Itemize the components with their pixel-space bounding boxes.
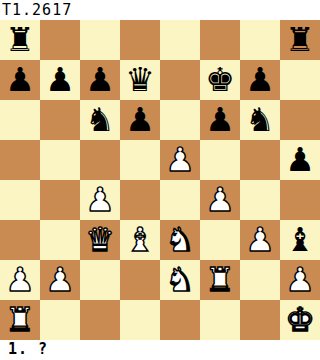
- square-c2[interactable]: [80, 260, 120, 300]
- piece-black-pawn: ♟: [125, 100, 155, 140]
- square-f7[interactable]: ♚: [200, 60, 240, 100]
- piece-white-king: ♚: [285, 300, 315, 340]
- square-d5[interactable]: [120, 140, 160, 180]
- piece-black-pawn: ♟: [45, 60, 75, 100]
- square-d8[interactable]: [120, 20, 160, 60]
- square-a5[interactable]: [0, 140, 40, 180]
- piece-black-pawn: ♟: [285, 140, 315, 180]
- square-d3[interactable]: ♝: [120, 220, 160, 260]
- square-a8[interactable]: ♜: [0, 20, 40, 60]
- square-e6[interactable]: [160, 100, 200, 140]
- piece-white-rook: ♜: [205, 260, 235, 300]
- square-a4[interactable]: [0, 180, 40, 220]
- square-f4[interactable]: ♟: [200, 180, 240, 220]
- square-b6[interactable]: [40, 100, 80, 140]
- square-g5[interactable]: [240, 140, 280, 180]
- piece-black-king: ♚: [205, 60, 235, 100]
- piece-black-pawn: ♟: [85, 60, 115, 100]
- square-e3[interactable]: ♞: [160, 220, 200, 260]
- square-g2[interactable]: [240, 260, 280, 300]
- piece-white-knight: ♞: [165, 260, 195, 300]
- piece-black-knight: ♞: [245, 100, 275, 140]
- piece-black-rook: ♜: [5, 20, 35, 60]
- square-h4[interactable]: [280, 180, 320, 220]
- piece-black-bishop: ♝: [285, 220, 315, 260]
- square-h2[interactable]: ♟: [280, 260, 320, 300]
- square-h3[interactable]: ♝: [280, 220, 320, 260]
- square-a2[interactable]: ♟: [0, 260, 40, 300]
- piece-white-pawn: ♟: [45, 260, 75, 300]
- piece-white-pawn: ♟: [285, 260, 315, 300]
- square-d2[interactable]: [120, 260, 160, 300]
- square-c4[interactable]: ♟: [80, 180, 120, 220]
- piece-white-bishop: ♝: [125, 220, 155, 260]
- square-g7[interactable]: ♟: [240, 60, 280, 100]
- chess-board: ♜♜♟♟♟♛♚♟♞♟♟♞♟♟♟♟♛♝♞♟♝♟♟♞♜♟♜♚: [0, 20, 320, 340]
- piece-white-knight: ♞: [165, 220, 195, 260]
- square-b3[interactable]: [40, 220, 80, 260]
- square-f8[interactable]: [200, 20, 240, 60]
- square-c6[interactable]: ♞: [80, 100, 120, 140]
- square-a7[interactable]: ♟: [0, 60, 40, 100]
- piece-black-pawn: ♟: [205, 100, 235, 140]
- square-h6[interactable]: [280, 100, 320, 140]
- square-g8[interactable]: [240, 20, 280, 60]
- square-e2[interactable]: ♞: [160, 260, 200, 300]
- square-c8[interactable]: [80, 20, 120, 60]
- square-d7[interactable]: ♛: [120, 60, 160, 100]
- square-g6[interactable]: ♞: [240, 100, 280, 140]
- square-b4[interactable]: [40, 180, 80, 220]
- chess-puzzle-page: T1.2617 ♜♜♟♟♟♛♚♟♞♟♟♞♟♟♟♟♛♝♞♟♝♟♟♞♜♟♜♚ 1. …: [0, 0, 320, 360]
- square-h5[interactable]: ♟: [280, 140, 320, 180]
- move-prompt: 1. ?: [8, 340, 48, 358]
- square-e4[interactable]: [160, 180, 200, 220]
- square-a3[interactable]: [0, 220, 40, 260]
- piece-white-pawn: ♟: [165, 140, 195, 180]
- square-e5[interactable]: ♟: [160, 140, 200, 180]
- square-a6[interactable]: [0, 100, 40, 140]
- square-c7[interactable]: ♟: [80, 60, 120, 100]
- square-f3[interactable]: [200, 220, 240, 260]
- square-d1[interactable]: [120, 300, 160, 340]
- square-d4[interactable]: [120, 180, 160, 220]
- piece-white-pawn: ♟: [245, 220, 275, 260]
- piece-white-rook: ♜: [5, 300, 35, 340]
- square-f1[interactable]: [200, 300, 240, 340]
- square-e8[interactable]: [160, 20, 200, 60]
- piece-white-queen: ♛: [85, 220, 115, 260]
- square-h1[interactable]: ♚: [280, 300, 320, 340]
- piece-black-knight: ♞: [85, 100, 115, 140]
- square-c5[interactable]: [80, 140, 120, 180]
- square-e1[interactable]: [160, 300, 200, 340]
- square-c1[interactable]: [80, 300, 120, 340]
- square-f2[interactable]: ♜: [200, 260, 240, 300]
- square-d6[interactable]: ♟: [120, 100, 160, 140]
- piece-black-queen: ♛: [125, 60, 155, 100]
- piece-black-pawn: ♟: [5, 60, 35, 100]
- square-h8[interactable]: ♜: [280, 20, 320, 60]
- square-c3[interactable]: ♛: [80, 220, 120, 260]
- square-b1[interactable]: [40, 300, 80, 340]
- square-b7[interactable]: ♟: [40, 60, 80, 100]
- square-b5[interactable]: [40, 140, 80, 180]
- square-g4[interactable]: [240, 180, 280, 220]
- piece-black-pawn: ♟: [245, 60, 275, 100]
- square-e7[interactable]: [160, 60, 200, 100]
- square-h7[interactable]: [280, 60, 320, 100]
- square-b8[interactable]: [40, 20, 80, 60]
- square-g1[interactable]: [240, 300, 280, 340]
- square-f6[interactable]: ♟: [200, 100, 240, 140]
- piece-white-pawn: ♟: [85, 180, 115, 220]
- puzzle-id: T1.2617: [2, 1, 72, 19]
- square-a1[interactable]: ♜: [0, 300, 40, 340]
- piece-white-pawn: ♟: [205, 180, 235, 220]
- square-b2[interactable]: ♟: [40, 260, 80, 300]
- piece-white-pawn: ♟: [5, 260, 35, 300]
- square-g3[interactable]: ♟: [240, 220, 280, 260]
- piece-black-rook: ♜: [285, 20, 315, 60]
- square-f5[interactable]: [200, 140, 240, 180]
